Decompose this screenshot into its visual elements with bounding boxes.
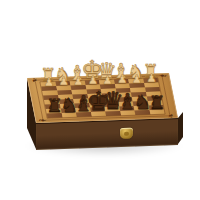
box-front-panel [36,118,178,150]
scroll-ornament-icon: ❧ [158,73,167,78]
box-lid-top: ❧ ❧ ❧ ❧ [27,73,178,123]
chess-board [40,78,164,118]
board-square [91,112,107,117]
board-square [61,113,77,118]
chess-set-photo: ❧ ❧ ❧ ❧ ♜♞♝♛♚♝♞♜♟♟♟♟♟♟♟♟♟♟♟♟♟♟♟♟♜♞♝♛♚♝♞♜ [0,0,200,200]
board-square [134,110,150,115]
board-square [47,113,63,118]
scroll-ornament-icon: ❧ [38,118,47,123]
board-square [76,112,92,117]
brass-clasp-icon [120,128,133,139]
board-square [105,111,121,116]
scroll-ornament-icon: ❧ [29,78,39,83]
scroll-ornament-icon: ❧ [166,113,176,118]
board-square [120,110,136,115]
board-square [149,109,165,114]
